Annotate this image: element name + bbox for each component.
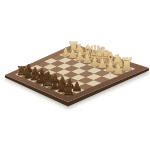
chessboard: ♜♞♟♝♟♛♟♚♟♝♟♞♟♜♟♟♟♟♜♟♞♟♝♟♛♟♚♟♝♟♞♜ <box>0 0 150 150</box>
product-photo-scene: ♜♞♟♝♟♛♟♚♟♝♟♞♟♜♟♟♟♟♜♟♞♟♝♟♛♟♚♟♝♟♞♜ <box>0 0 150 150</box>
white-pawn-h2: ♟ <box>112 61 124 77</box>
black-rook-h8: ♜ <box>62 81 75 98</box>
